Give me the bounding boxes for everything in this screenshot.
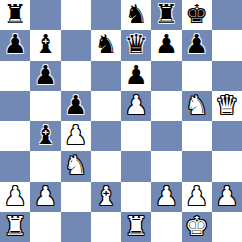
piece-black-rook[interactable]: ♜	[155, 1, 178, 27]
square-b1[interactable]	[30, 212, 60, 242]
square-f4[interactable]	[151, 121, 181, 151]
square-f5[interactable]	[151, 91, 181, 121]
square-f1[interactable]	[151, 212, 181, 242]
square-d3[interactable]	[91, 151, 121, 181]
square-c1[interactable]	[61, 212, 91, 242]
piece-white-pawn[interactable]: ♟	[185, 183, 208, 209]
square-a6[interactable]	[0, 61, 30, 91]
square-h1[interactable]	[212, 212, 242, 242]
piece-black-pawn[interactable]: ♟	[185, 31, 208, 57]
square-e4[interactable]	[121, 121, 151, 151]
piece-white-knight[interactable]: ♞	[64, 152, 87, 178]
square-a2[interactable]: ♟	[0, 182, 30, 212]
square-d8[interactable]	[91, 0, 121, 30]
piece-black-rook[interactable]: ♜	[3, 1, 26, 27]
square-c3[interactable]: ♞	[61, 151, 91, 181]
square-c5[interactable]: ♟	[61, 91, 91, 121]
square-c4[interactable]: ♟	[61, 121, 91, 151]
square-a4[interactable]	[0, 121, 30, 151]
piece-black-bishop[interactable]: ♝	[34, 31, 57, 57]
piece-black-pawn[interactable]: ♟	[155, 31, 178, 57]
square-g7[interactable]: ♟	[182, 30, 212, 60]
square-b2[interactable]: ♟	[30, 182, 60, 212]
piece-black-queen[interactable]: ♛	[124, 31, 147, 57]
square-f7[interactable]: ♟	[151, 30, 181, 60]
square-h6[interactable]	[212, 61, 242, 91]
square-c7[interactable]	[61, 30, 91, 60]
square-g6[interactable]	[182, 61, 212, 91]
square-g5[interactable]: ♞	[182, 91, 212, 121]
square-a3[interactable]	[0, 151, 30, 181]
piece-black-bishop[interactable]: ♝	[34, 122, 57, 148]
square-f3[interactable]	[151, 151, 181, 181]
square-d6[interactable]	[91, 61, 121, 91]
square-a8[interactable]: ♜	[0, 0, 30, 30]
square-h2[interactable]: ♟	[212, 182, 242, 212]
square-g1[interactable]: ♚	[182, 212, 212, 242]
square-h3[interactable]	[212, 151, 242, 181]
square-e6[interactable]: ♟	[121, 61, 151, 91]
piece-black-knight[interactable]: ♞	[124, 1, 147, 27]
square-d1[interactable]	[91, 212, 121, 242]
piece-black-pawn[interactable]: ♟	[3, 31, 26, 57]
piece-white-queen[interactable]: ♛	[215, 92, 238, 118]
square-b4[interactable]: ♝	[30, 121, 60, 151]
square-g4[interactable]	[182, 121, 212, 151]
square-b7[interactable]: ♝	[30, 30, 60, 60]
piece-white-pawn[interactable]: ♟	[155, 183, 178, 209]
square-a5[interactable]	[0, 91, 30, 121]
square-b5[interactable]	[30, 91, 60, 121]
square-c2[interactable]	[61, 182, 91, 212]
piece-white-king[interactable]: ♚	[185, 213, 208, 239]
piece-black-pawn[interactable]: ♟	[124, 62, 147, 88]
square-b6[interactable]: ♟	[30, 61, 60, 91]
square-e2[interactable]	[121, 182, 151, 212]
square-d2[interactable]: ♝	[91, 182, 121, 212]
piece-white-pawn[interactable]: ♟	[215, 183, 238, 209]
square-e7[interactable]: ♛	[121, 30, 151, 60]
chess-board[interactable]: ♜♞♜♚♟♝♞♛♟♟♟♟♟♟♞♛♝♟♞♟♟♝♟♟♟♜♜♚	[0, 0, 242, 242]
piece-black-king[interactable]: ♚	[185, 1, 208, 27]
piece-white-rook[interactable]: ♜	[3, 213, 26, 239]
square-e8[interactable]: ♞	[121, 0, 151, 30]
square-d4[interactable]	[91, 121, 121, 151]
square-c6[interactable]	[61, 61, 91, 91]
square-a7[interactable]: ♟	[0, 30, 30, 60]
square-e3[interactable]	[121, 151, 151, 181]
piece-white-pawn[interactable]: ♟	[124, 92, 147, 118]
square-b8[interactable]	[30, 0, 60, 30]
square-e1[interactable]: ♜	[121, 212, 151, 242]
square-c8[interactable]	[61, 0, 91, 30]
piece-black-knight[interactable]: ♞	[94, 31, 117, 57]
piece-black-pawn[interactable]: ♟	[64, 92, 87, 118]
square-f6[interactable]	[151, 61, 181, 91]
piece-white-pawn[interactable]: ♟	[64, 122, 87, 148]
square-h4[interactable]	[212, 121, 242, 151]
square-h8[interactable]	[212, 0, 242, 30]
square-b3[interactable]	[30, 151, 60, 181]
square-h7[interactable]	[212, 30, 242, 60]
square-g2[interactable]: ♟	[182, 182, 212, 212]
piece-white-knight[interactable]: ♞	[185, 92, 208, 118]
square-h5[interactable]: ♛	[212, 91, 242, 121]
square-e5[interactable]: ♟	[121, 91, 151, 121]
square-d7[interactable]: ♞	[91, 30, 121, 60]
piece-white-bishop[interactable]: ♝	[94, 183, 117, 209]
square-f2[interactable]: ♟	[151, 182, 181, 212]
piece-white-pawn[interactable]: ♟	[3, 183, 26, 209]
square-f8[interactable]: ♜	[151, 0, 181, 30]
piece-white-pawn[interactable]: ♟	[34, 183, 57, 209]
square-d5[interactable]	[91, 91, 121, 121]
square-g8[interactable]: ♚	[182, 0, 212, 30]
piece-white-rook[interactable]: ♜	[124, 213, 147, 239]
square-a1[interactable]: ♜	[0, 212, 30, 242]
square-g3[interactable]	[182, 151, 212, 181]
piece-black-pawn[interactable]: ♟	[34, 62, 57, 88]
